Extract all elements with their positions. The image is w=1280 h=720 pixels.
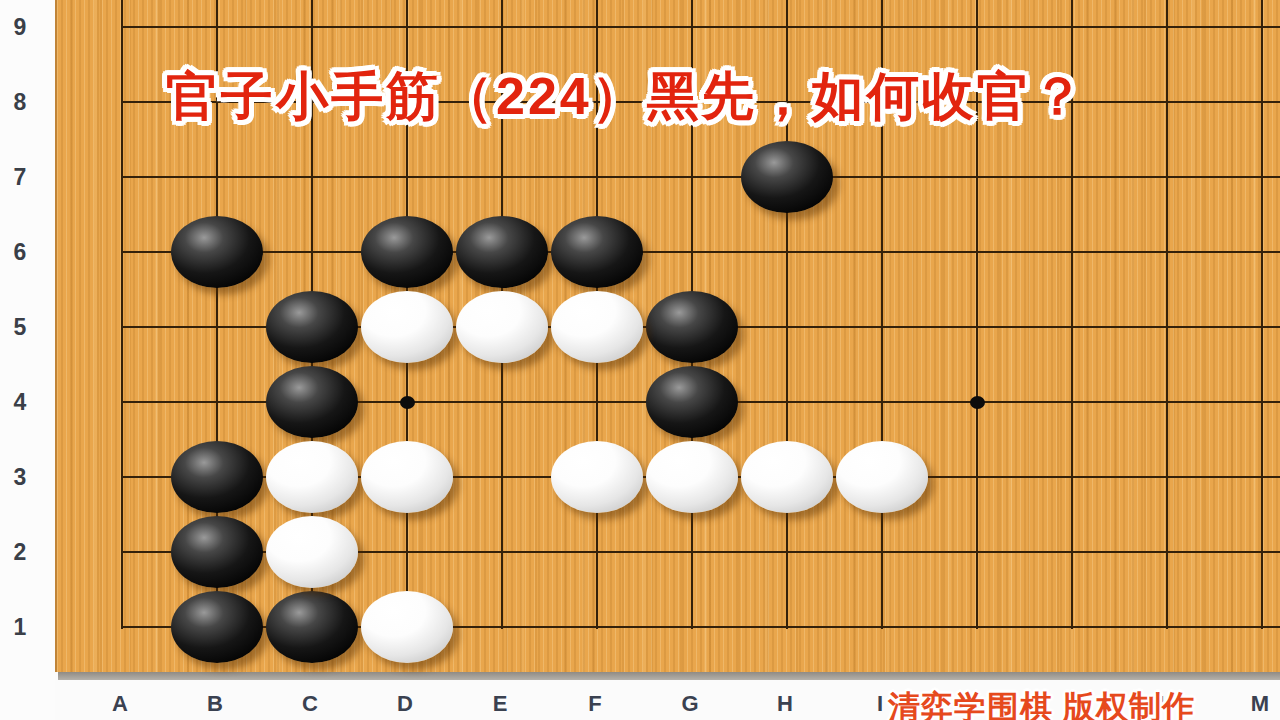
stone-black-B3	[171, 441, 263, 513]
col-label-M: M	[1240, 691, 1280, 717]
col-label-C: C	[290, 691, 330, 717]
stone-white-F5	[551, 291, 643, 363]
stone-black-H7	[741, 141, 833, 213]
col-label-A: A	[100, 691, 140, 717]
stone-black-B2	[171, 516, 263, 588]
star-point-J4	[970, 396, 985, 409]
row-label-5: 5	[0, 312, 40, 342]
row-label-9: 9	[0, 12, 40, 42]
stone-black-E6	[456, 216, 548, 288]
star-point-D4	[400, 396, 415, 409]
stone-black-B1	[171, 591, 263, 663]
grid-line-col-M	[1261, 0, 1263, 629]
stone-black-B6	[171, 216, 263, 288]
stone-white-C2	[266, 516, 358, 588]
col-label-H: H	[765, 691, 805, 717]
stone-white-E5	[456, 291, 548, 363]
stone-black-D6	[361, 216, 453, 288]
stone-white-D1	[361, 591, 453, 663]
stone-white-H3	[741, 441, 833, 513]
grid-line-col-A	[121, 0, 123, 629]
stone-white-I3	[836, 441, 928, 513]
grid-line-row-6	[121, 251, 1280, 253]
stone-black-C1	[266, 591, 358, 663]
grid-line-row-9	[121, 26, 1280, 28]
row-label-3: 3	[0, 462, 40, 492]
stone-white-G3	[646, 441, 738, 513]
col-label-B: B	[195, 691, 235, 717]
col-label-F: F	[575, 691, 615, 717]
col-label-G: G	[670, 691, 710, 717]
row-label-6: 6	[0, 237, 40, 267]
col-label-E: E	[480, 691, 520, 717]
watermark-text: 清弈学围棋 版权制作	[888, 686, 1195, 720]
board-shadow	[58, 672, 1280, 680]
stone-white-C3	[266, 441, 358, 513]
stone-black-G4	[646, 366, 738, 438]
col-label-D: D	[385, 691, 425, 717]
row-label-1: 1	[0, 612, 40, 642]
stone-white-D3	[361, 441, 453, 513]
grid-line-col-L	[1166, 0, 1168, 629]
stone-black-C5	[266, 291, 358, 363]
problem-title: 官子小手筋（224）黑先，如何收官？	[166, 62, 1087, 132]
stone-black-C4	[266, 366, 358, 438]
stone-white-D5	[361, 291, 453, 363]
stone-black-G5	[646, 291, 738, 363]
row-label-4: 4	[0, 387, 40, 417]
stone-black-F6	[551, 216, 643, 288]
screen: 官子小手筋（224）黑先，如何收官？ 清弈学围棋 版权制作 ABCDEFGHIJ…	[0, 0, 1280, 720]
grid-line-row-7	[121, 176, 1280, 178]
row-label-8: 8	[0, 87, 40, 117]
stone-white-F3	[551, 441, 643, 513]
row-label-2: 2	[0, 537, 40, 567]
row-label-7: 7	[0, 162, 40, 192]
